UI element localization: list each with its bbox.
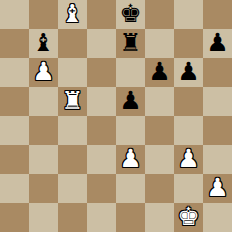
square-f8[interactable] (145, 0, 174, 29)
square-h1[interactable] (203, 203, 232, 232)
square-e3[interactable]: ♟ (116, 145, 145, 174)
square-a4[interactable] (0, 116, 29, 145)
black-pawn-icon[interactable]: ♟ (177, 58, 199, 86)
square-b7[interactable]: ♝ (29, 29, 58, 58)
square-d4[interactable] (87, 116, 116, 145)
square-a3[interactable] (0, 145, 29, 174)
square-h2[interactable]: ♟ (203, 174, 232, 203)
square-c8[interactable]: ♝ (58, 0, 87, 29)
square-f7[interactable] (145, 29, 174, 58)
white-pawn-icon[interactable]: ♟ (119, 145, 141, 173)
square-c2[interactable] (58, 174, 87, 203)
square-f4[interactable] (145, 116, 174, 145)
square-c6[interactable] (58, 58, 87, 87)
black-king-icon[interactable]: ♚ (119, 0, 141, 28)
square-b8[interactable] (29, 0, 58, 29)
square-e7[interactable]: ♜ (116, 29, 145, 58)
white-rook-icon[interactable]: ♜ (61, 87, 83, 115)
square-c3[interactable] (58, 145, 87, 174)
square-a7[interactable] (0, 29, 29, 58)
square-a1[interactable] (0, 203, 29, 232)
white-pawn-icon[interactable]: ♟ (177, 145, 199, 173)
black-rook-icon[interactable]: ♜ (119, 29, 141, 57)
square-a8[interactable] (0, 0, 29, 29)
square-h7[interactable]: ♟ (203, 29, 232, 58)
square-g3[interactable]: ♟ (174, 145, 203, 174)
black-pawn-icon[interactable]: ♟ (148, 58, 170, 86)
square-c5[interactable]: ♜ (58, 87, 87, 116)
square-c1[interactable] (58, 203, 87, 232)
chess-board: ♝♚♝♜♟♟♟♟♜♟♟♟♟♚ (0, 0, 232, 232)
square-e6[interactable] (116, 58, 145, 87)
square-f6[interactable]: ♟ (145, 58, 174, 87)
square-b4[interactable] (29, 116, 58, 145)
square-h8[interactable] (203, 0, 232, 29)
square-d5[interactable] (87, 87, 116, 116)
square-g1[interactable]: ♚ (174, 203, 203, 232)
square-g6[interactable]: ♟ (174, 58, 203, 87)
square-h3[interactable] (203, 145, 232, 174)
square-e1[interactable] (116, 203, 145, 232)
square-e2[interactable] (116, 174, 145, 203)
black-pawn-icon[interactable]: ♟ (206, 29, 228, 57)
square-f3[interactable] (145, 145, 174, 174)
square-c4[interactable] (58, 116, 87, 145)
square-d1[interactable] (87, 203, 116, 232)
square-g4[interactable] (174, 116, 203, 145)
square-b2[interactable] (29, 174, 58, 203)
square-g7[interactable] (174, 29, 203, 58)
square-d8[interactable] (87, 0, 116, 29)
square-e8[interactable]: ♚ (116, 0, 145, 29)
square-b6[interactable]: ♟ (29, 58, 58, 87)
square-f1[interactable] (145, 203, 174, 232)
black-bishop-icon[interactable]: ♝ (32, 29, 54, 57)
square-h4[interactable] (203, 116, 232, 145)
square-h6[interactable] (203, 58, 232, 87)
square-g8[interactable] (174, 0, 203, 29)
square-a6[interactable] (0, 58, 29, 87)
square-d7[interactable] (87, 29, 116, 58)
square-b3[interactable] (29, 145, 58, 174)
square-f5[interactable] (145, 87, 174, 116)
square-e4[interactable] (116, 116, 145, 145)
white-pawn-icon[interactable]: ♟ (206, 174, 228, 202)
square-g2[interactable] (174, 174, 203, 203)
square-b5[interactable] (29, 87, 58, 116)
square-f2[interactable] (145, 174, 174, 203)
black-pawn-icon[interactable]: ♟ (119, 87, 141, 115)
square-a2[interactable] (0, 174, 29, 203)
white-king-icon[interactable]: ♚ (177, 203, 199, 231)
square-d2[interactable] (87, 174, 116, 203)
white-pawn-icon[interactable]: ♟ (32, 58, 54, 86)
square-g5[interactable] (174, 87, 203, 116)
square-c7[interactable] (58, 29, 87, 58)
white-bishop-icon[interactable]: ♝ (61, 0, 83, 28)
square-b1[interactable] (29, 203, 58, 232)
square-h5[interactable] (203, 87, 232, 116)
square-d6[interactable] (87, 58, 116, 87)
square-a5[interactable] (0, 87, 29, 116)
square-d3[interactable] (87, 145, 116, 174)
square-e5[interactable]: ♟ (116, 87, 145, 116)
